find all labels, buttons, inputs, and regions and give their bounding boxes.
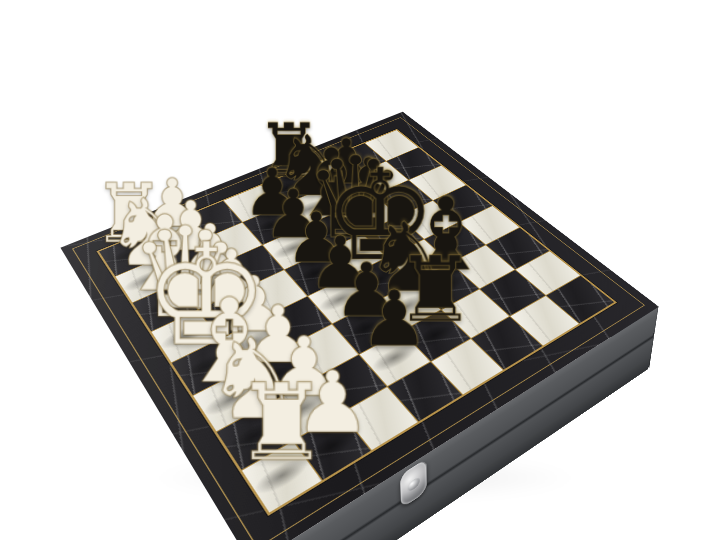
pieces-layer: ♜♞♝♛♚♝♞♜♟♟♟♟♟♟♟♟♜♞♝♛♚♞♜♝♟♟♟♟♟♟♟♟ <box>99 130 614 512</box>
white-rook-glyph: ♜ <box>234 369 329 475</box>
board-top-marble: ♜♞♝♛♚♝♞♜♟♟♟♟♟♟♟♟♜♞♝♛♚♞♜♝♟♟♟♟♟♟♟♟ <box>60 112 658 540</box>
chess-set-product-photo: ♜♞♝♛♚♝♞♜♟♟♟♟♟♟♟♟♜♞♝♛♚♞♜♝♟♟♟♟♟♟♟♟ <box>0 0 720 540</box>
chess-box: ♜♞♝♛♚♝♞♜♟♟♟♟♟♟♟♟♜♞♝♛♚♞♜♝♟♟♟♟♟♟♟♟ <box>60 112 658 540</box>
scene-3d: ♜♞♝♛♚♝♞♜♟♟♟♟♟♟♟♟♜♞♝♛♚♞♜♝♟♟♟♟♟♟♟♟ <box>0 0 720 540</box>
black-pawn-glyph: ♟ <box>360 280 430 358</box>
